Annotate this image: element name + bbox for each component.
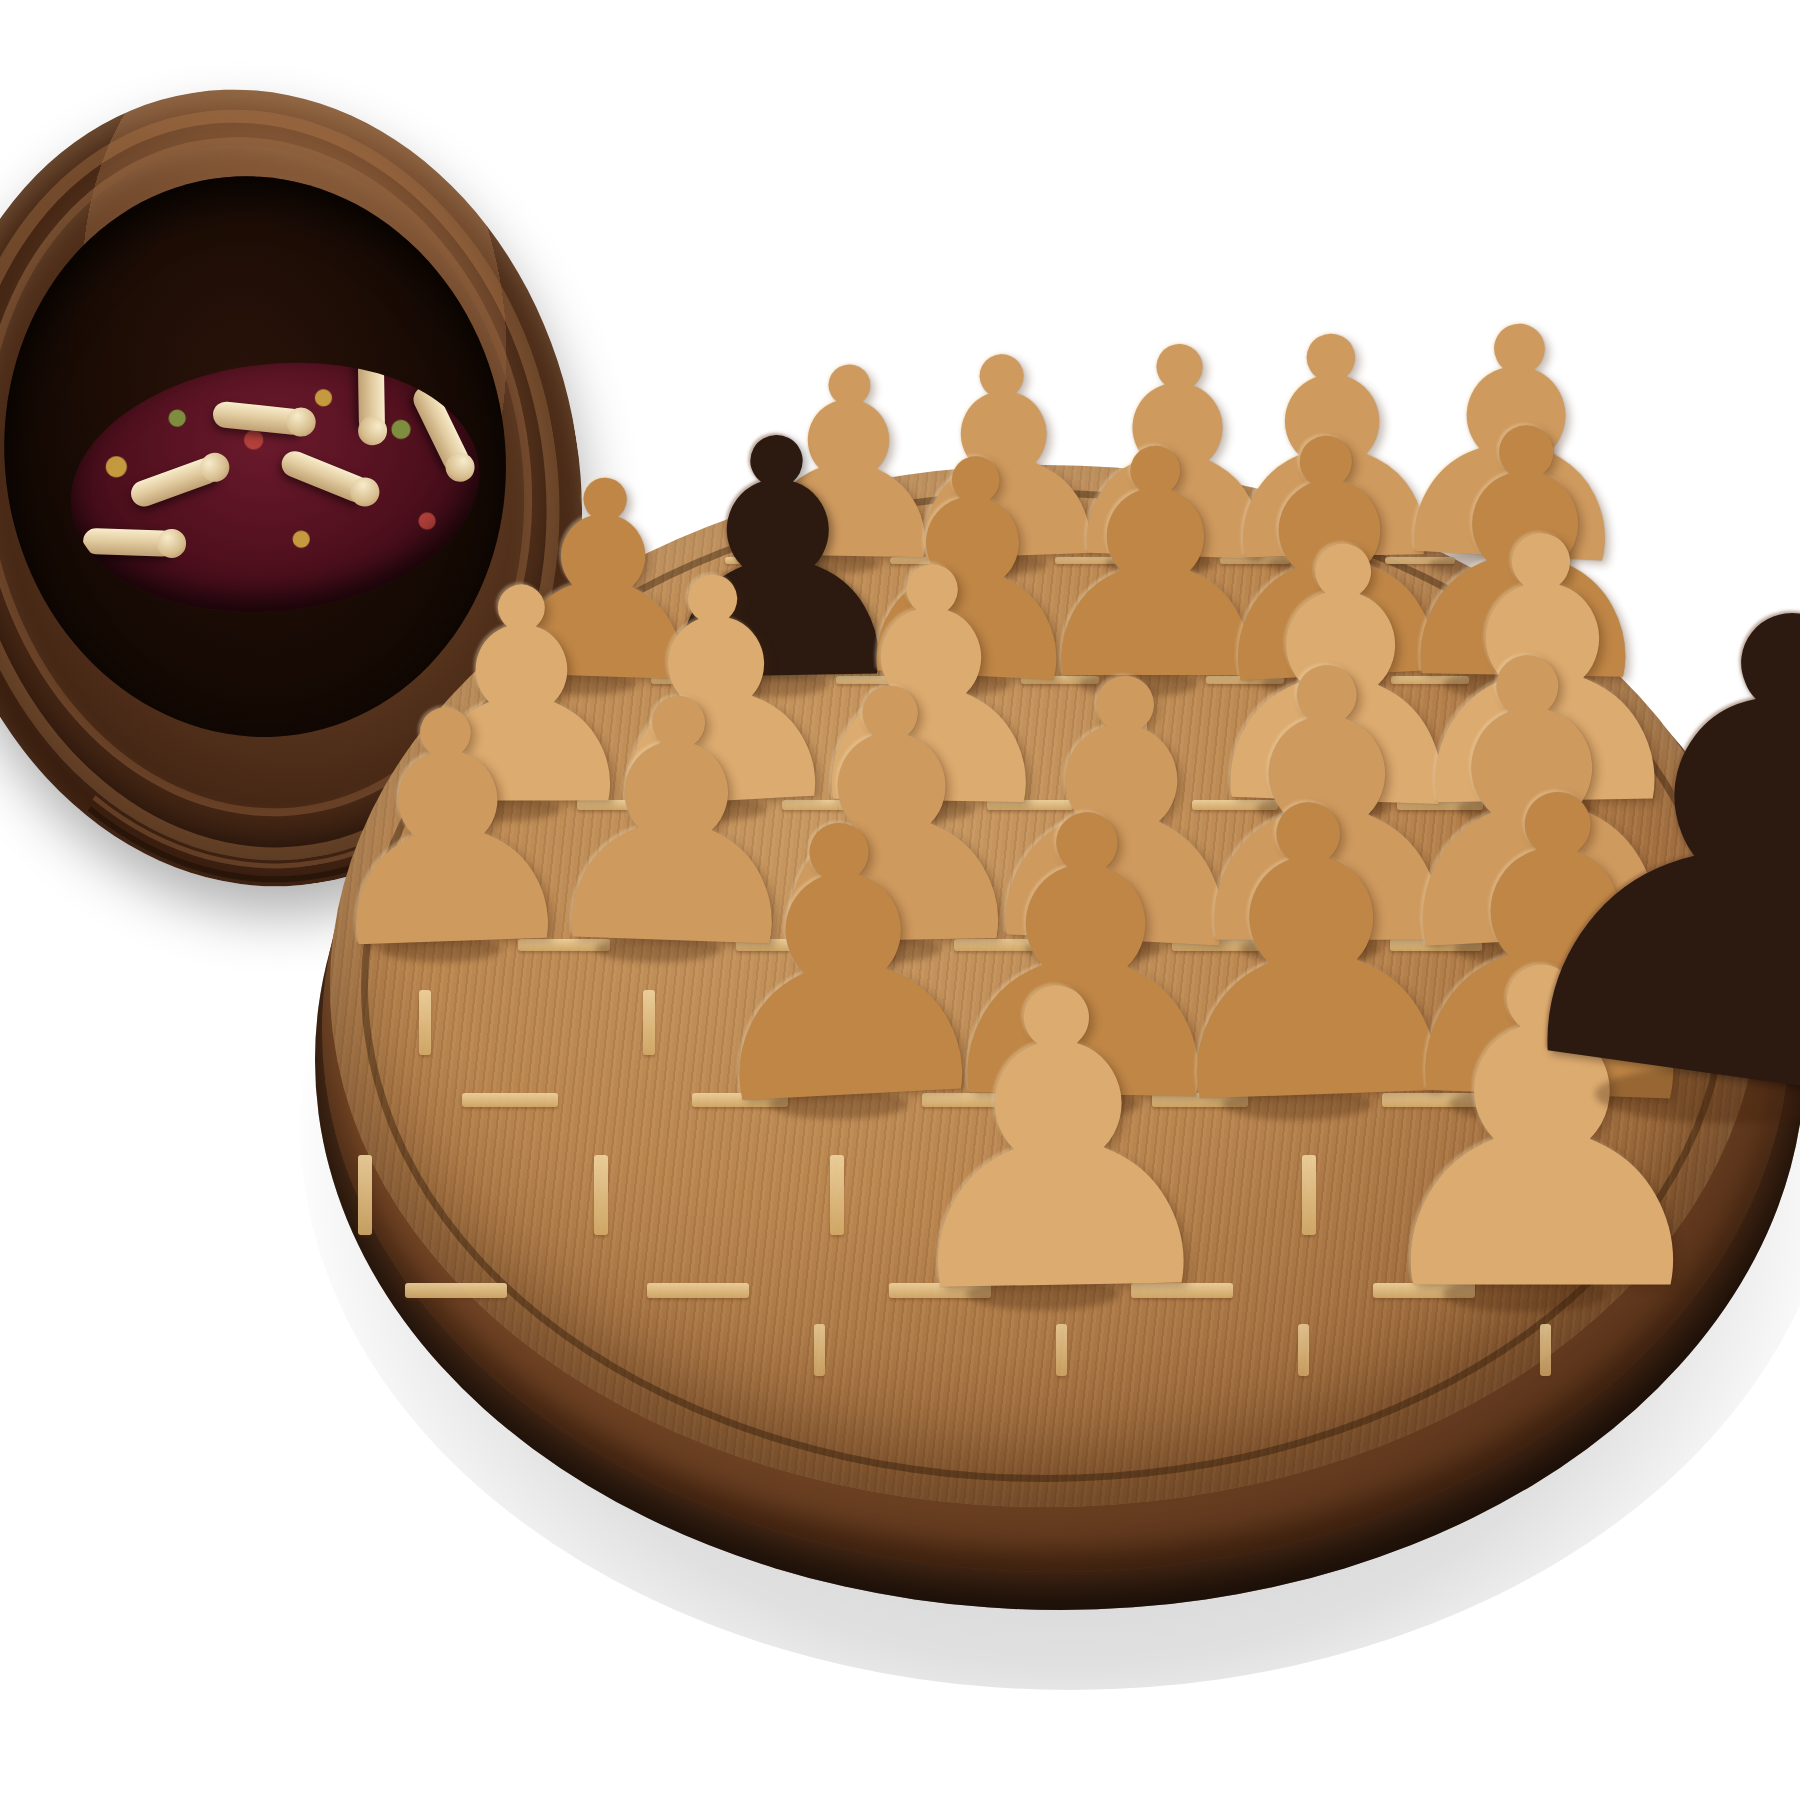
grid-inlay-edge-tick [814,1324,825,1376]
board-grid-layer: ♟♟♟♟♟♟♟♟♟♟♟♟♟♟♟♟♟♟♟♟♟♟♟♟♟♟♟♟♟ [0,0,1800,1800]
light-peg[interactable]: ♟ [871,934,1246,1350]
grid-inlay-tick [462,1093,559,1106]
peg-solitaire-photo-scene: ♟♟♟♟♟♟♟♟♟♟♟♟♟♟♟♟♟♟♟♟♟♟♟♟♟♟♟♟♟ [0,0,1800,1800]
grid-inlay-tick [647,1283,749,1298]
grid-inlay-tick [405,1283,507,1298]
grid-inlay-tick [594,1155,607,1235]
grid-inlay-edge-tick [1298,1324,1309,1376]
grid-inlay-tick [358,1155,371,1235]
